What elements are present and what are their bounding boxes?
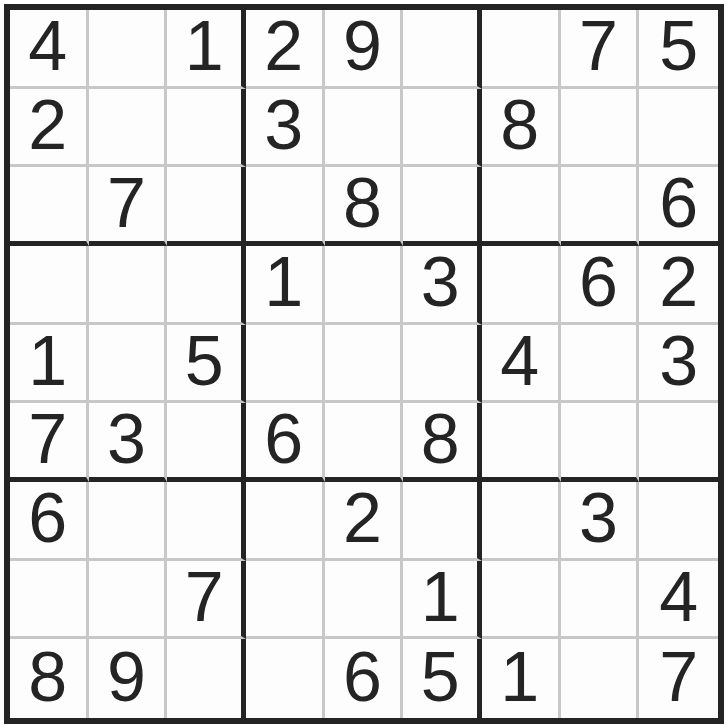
sudoku-cell-empty[interactable] [89,325,168,404]
sudoku-cell-given: 1 [167,10,246,89]
sudoku-cell-empty[interactable] [10,246,89,325]
sudoku-cell-given: 1 [246,246,325,325]
sudoku-cell-empty[interactable] [325,89,404,168]
sudoku-cell-empty[interactable] [246,482,325,561]
sudoku-cell-given: 3 [639,325,718,404]
sudoku-cell-given: 7 [561,10,640,89]
sudoku-cell-given: 2 [325,482,404,561]
sudoku-cell-given: 1 [403,561,482,640]
sudoku-cell-empty[interactable] [167,403,246,482]
sudoku-cell-given: 5 [639,10,718,89]
sudoku-cell-empty[interactable] [639,89,718,168]
sudoku-cell-given: 6 [639,167,718,246]
sudoku-cell-empty[interactable] [167,482,246,561]
sudoku-cell-empty[interactable] [325,246,404,325]
sudoku-cell-given: 4 [482,325,561,404]
sudoku-cell-empty[interactable] [639,482,718,561]
sudoku-cell-given: 7 [639,639,718,718]
sudoku-board: 412975238786136215437368623714896517 [10,10,718,718]
sudoku-cell-empty[interactable] [167,89,246,168]
sudoku-cell-empty[interactable] [167,639,246,718]
sudoku-cell-given: 6 [246,403,325,482]
sudoku-cell-empty[interactable] [89,246,168,325]
sudoku-board-frame: 412975238786136215437368623714896517 [4,4,724,724]
sudoku-cell-empty[interactable] [246,167,325,246]
sudoku-cell-empty[interactable] [325,403,404,482]
sudoku-cell-empty[interactable] [89,561,168,640]
sudoku-cell-empty[interactable] [482,246,561,325]
sudoku-cell-empty[interactable] [561,639,640,718]
sudoku-cell-given: 9 [89,639,168,718]
sudoku-cell-empty[interactable] [167,246,246,325]
sudoku-cell-empty[interactable] [10,167,89,246]
sudoku-cell-given: 2 [639,246,718,325]
sudoku-cell-given: 7 [89,167,168,246]
sudoku-cell-given: 5 [403,639,482,718]
sudoku-cell-empty[interactable] [325,561,404,640]
sudoku-cell-empty[interactable] [482,167,561,246]
sudoku-cell-given: 3 [89,403,168,482]
sudoku-cell-empty[interactable] [403,10,482,89]
sudoku-cell-given: 7 [10,403,89,482]
sudoku-cell-given: 8 [325,167,404,246]
sudoku-cell-empty[interactable] [246,561,325,640]
sudoku-cell-given: 8 [10,639,89,718]
sudoku-cell-empty[interactable] [403,325,482,404]
sudoku-cell-empty[interactable] [561,325,640,404]
sudoku-cell-given: 6 [561,246,640,325]
sudoku-cell-empty[interactable] [561,561,640,640]
sudoku-cell-empty[interactable] [89,10,168,89]
sudoku-cell-empty[interactable] [561,403,640,482]
sudoku-cell-given: 3 [403,246,482,325]
sudoku-cell-given: 4 [10,10,89,89]
sudoku-cell-empty[interactable] [561,167,640,246]
sudoku-cell-empty[interactable] [89,89,168,168]
sudoku-cell-empty[interactable] [403,167,482,246]
sudoku-cell-given: 2 [10,89,89,168]
sudoku-cell-empty[interactable] [482,561,561,640]
sudoku-cell-empty[interactable] [403,89,482,168]
sudoku-cell-empty[interactable] [561,89,640,168]
sudoku-cell-empty[interactable] [246,639,325,718]
sudoku-cell-empty[interactable] [167,167,246,246]
sudoku-cell-given: 5 [167,325,246,404]
sudoku-cell-given: 2 [246,10,325,89]
sudoku-cell-empty[interactable] [89,482,168,561]
sudoku-cell-empty[interactable] [403,482,482,561]
sudoku-cell-given: 9 [325,10,404,89]
sudoku-cell-empty[interactable] [246,325,325,404]
sudoku-cell-empty[interactable] [482,403,561,482]
sudoku-cell-given: 3 [246,89,325,168]
sudoku-cell-empty[interactable] [639,403,718,482]
sudoku-cell-empty[interactable] [10,561,89,640]
sudoku-cell-empty[interactable] [325,325,404,404]
sudoku-cell-given: 1 [482,639,561,718]
sudoku-cell-given: 7 [167,561,246,640]
sudoku-cell-empty[interactable] [482,482,561,561]
sudoku-cell-given: 3 [561,482,640,561]
sudoku-cell-given: 8 [403,403,482,482]
sudoku-cell-given: 8 [482,89,561,168]
sudoku-cell-given: 6 [10,482,89,561]
sudoku-cell-given: 1 [10,325,89,404]
sudoku-cell-given: 6 [325,639,404,718]
sudoku-cell-empty[interactable] [482,10,561,89]
sudoku-cell-given: 4 [639,561,718,640]
